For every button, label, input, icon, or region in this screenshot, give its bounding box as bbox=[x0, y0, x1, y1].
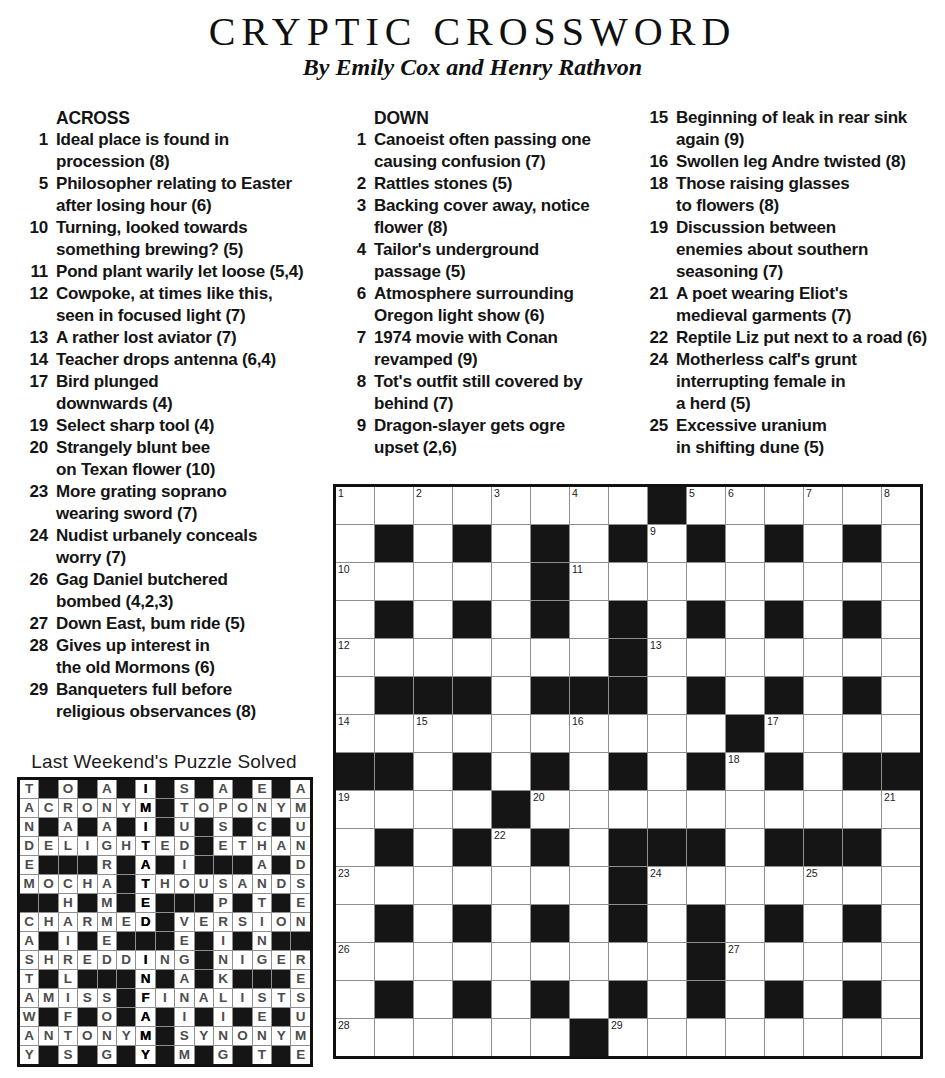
grid-cell bbox=[492, 981, 530, 1018]
grid-cell: N bbox=[39, 1027, 57, 1045]
grid-cell: I bbox=[233, 989, 251, 1007]
cell-letter: O bbox=[102, 1010, 113, 1024]
grid-cell: T bbox=[272, 989, 290, 1007]
grid-cell: S bbox=[214, 875, 232, 893]
black-cell bbox=[156, 970, 174, 988]
grid-cell: I bbox=[59, 989, 77, 1007]
grid-cell: R bbox=[291, 951, 309, 969]
clue-item: 12Cowpoke, at times like this, seen in f… bbox=[22, 283, 324, 327]
grid-cell: 13 bbox=[648, 639, 686, 676]
clue-text: Tailor's underground passage (5) bbox=[374, 239, 640, 283]
black-cell bbox=[687, 829, 725, 866]
across-column: ACROSS 1Ideal place is found in processi… bbox=[22, 107, 324, 723]
cell-letter: Y bbox=[199, 1029, 208, 1043]
cell-letter: E bbox=[160, 839, 169, 853]
clue-item: 16Swollen leg Andre twisted (8) bbox=[642, 151, 945, 173]
grid-cell: O bbox=[233, 1027, 251, 1045]
cell-number: 22 bbox=[494, 830, 506, 841]
grid-cell: Y bbox=[20, 1046, 38, 1064]
grid-cell bbox=[882, 943, 920, 980]
black-cell bbox=[375, 981, 413, 1018]
grid-cell: N bbox=[291, 837, 309, 855]
clue-number: 13 bbox=[22, 327, 48, 349]
grid-cell: A bbox=[175, 970, 193, 988]
cell-letter: D bbox=[121, 953, 131, 967]
black-cell bbox=[272, 856, 290, 874]
grid-cell: C bbox=[20, 913, 38, 931]
grid-cell: G bbox=[98, 837, 116, 855]
grid-cell bbox=[804, 791, 842, 828]
clue-item: 71974 movie with Conan revamped (9) bbox=[340, 327, 640, 371]
grid-cell: 19 bbox=[336, 791, 374, 828]
clue-item: 1Ideal place is found in procession (8) bbox=[22, 129, 324, 173]
grid-cell: A bbox=[136, 856, 154, 874]
clue-number: 6 bbox=[340, 283, 366, 327]
clue-number: 10 bbox=[22, 217, 48, 261]
grid-cell: A bbox=[291, 780, 309, 798]
black-cell bbox=[765, 601, 803, 638]
cell-letter: E bbox=[296, 896, 305, 910]
grid-cell: H bbox=[39, 951, 57, 969]
grid-cell: R bbox=[98, 856, 116, 874]
grid-cell bbox=[687, 791, 725, 828]
clue-item: 24Motherless calf's grunt interrupting f… bbox=[642, 349, 945, 415]
cell-letter: D bbox=[276, 877, 286, 891]
cell-letter: O bbox=[276, 915, 287, 929]
cell-letter: T bbox=[25, 972, 33, 986]
black-cell bbox=[156, 818, 174, 836]
grid-cell: T bbox=[59, 1027, 77, 1045]
black-cell bbox=[843, 981, 881, 1018]
cell-number: 11 bbox=[572, 564, 583, 575]
grid-cell bbox=[375, 867, 413, 904]
cell-letter: N bbox=[160, 953, 170, 967]
page-title: CRYPTIC CROSSWORD bbox=[0, 8, 945, 55]
grid-cell bbox=[414, 601, 452, 638]
cell-letter: D bbox=[24, 839, 34, 853]
clue-item: 27Down East, bum ride (5) bbox=[22, 613, 324, 635]
black-cell bbox=[882, 753, 920, 790]
black-cell bbox=[531, 829, 569, 866]
cell-letter: U bbox=[296, 820, 306, 834]
black-cell bbox=[233, 970, 251, 988]
cell-number: 26 bbox=[338, 944, 350, 955]
cell-letter: U bbox=[179, 820, 189, 834]
grid-cell: 1 bbox=[336, 487, 374, 524]
grid-cell bbox=[492, 715, 530, 752]
clue-text: A poet wearing Eliot's medieval garments… bbox=[676, 283, 945, 327]
black-cell bbox=[59, 856, 77, 874]
grid-cell bbox=[414, 829, 452, 866]
grid-cell bbox=[609, 943, 647, 980]
clue-item: 29Banqueters full before religious obser… bbox=[22, 679, 324, 723]
grid-cell bbox=[414, 981, 452, 1018]
grid-cell bbox=[687, 1019, 725, 1056]
grid-cell bbox=[414, 563, 452, 600]
cell-letter: A bbox=[141, 858, 151, 872]
grid-cell: F bbox=[59, 1008, 77, 1026]
grid-cell: D bbox=[175, 837, 193, 855]
grid-cell: E bbox=[39, 837, 57, 855]
black-cell bbox=[39, 780, 57, 798]
clue-item: 9Dragon-slayer gets ogre upset (2,6) bbox=[340, 415, 640, 459]
clue-number: 2 bbox=[340, 173, 366, 195]
grid-cell bbox=[414, 943, 452, 980]
cell-letter: E bbox=[44, 839, 53, 853]
grid-cell bbox=[375, 563, 413, 600]
grid-cell: E bbox=[117, 913, 135, 931]
grid-cell: 8 bbox=[882, 487, 920, 524]
black-cell bbox=[687, 905, 725, 942]
grid-cell: N bbox=[156, 951, 174, 969]
black-cell bbox=[78, 780, 96, 798]
cell-letter: M bbox=[295, 801, 306, 815]
cell-letter: A bbox=[218, 782, 228, 796]
black-cell bbox=[233, 856, 251, 874]
cell-letter: H bbox=[121, 839, 131, 853]
clue-text: Turning, looked towards something brewin… bbox=[56, 217, 324, 261]
cell-letter: N bbox=[141, 972, 151, 986]
cell-letter: I bbox=[144, 820, 148, 834]
black-cell bbox=[156, 799, 174, 817]
grid-cell bbox=[609, 487, 647, 524]
grid-cell bbox=[648, 1019, 686, 1056]
grid-cell bbox=[804, 677, 842, 714]
cell-letter: I bbox=[163, 991, 167, 1005]
grid-cell bbox=[765, 563, 803, 600]
cell-letter: T bbox=[25, 782, 33, 796]
black-cell bbox=[765, 829, 803, 866]
grid-cell bbox=[570, 639, 608, 676]
black-cell bbox=[609, 525, 647, 562]
cell-letter: E bbox=[199, 915, 208, 929]
cell-letter: C bbox=[24, 915, 34, 929]
grid-cell bbox=[531, 639, 569, 676]
grid-cell bbox=[804, 563, 842, 600]
grid-cell bbox=[882, 601, 920, 638]
black-cell bbox=[214, 856, 232, 874]
grid-cell: Y bbox=[272, 799, 290, 817]
grid-cell: 18 bbox=[726, 753, 764, 790]
cell-letter: I bbox=[221, 934, 225, 948]
cell-letter: I bbox=[221, 1010, 225, 1024]
cell-letter: O bbox=[82, 801, 93, 815]
grid-cell: N bbox=[253, 799, 271, 817]
black-cell bbox=[687, 601, 725, 638]
cell-letter: D bbox=[179, 839, 189, 853]
cell-letter: O bbox=[179, 877, 190, 891]
grid-cell: S bbox=[98, 989, 116, 1007]
cell-letter: T bbox=[180, 801, 188, 815]
cell-letter: R bbox=[296, 953, 306, 967]
black-cell bbox=[39, 932, 57, 950]
grid-cell bbox=[648, 677, 686, 714]
grid-cell: E bbox=[291, 894, 309, 912]
grid-cell bbox=[765, 943, 803, 980]
black-cell bbox=[175, 894, 193, 912]
grid-cell bbox=[336, 981, 374, 1018]
grid-cell: H bbox=[59, 894, 77, 912]
clue-text: Nudist urbanely conceals worry (7) bbox=[56, 525, 324, 569]
grid-cell: A bbox=[98, 818, 116, 836]
clue-text: Backing cover away, notice flower (8) bbox=[374, 195, 640, 239]
cell-letter: F bbox=[141, 991, 149, 1005]
grid-cell: E bbox=[253, 780, 271, 798]
clue-item: 17Bird plunged downwards (4) bbox=[22, 371, 324, 415]
grid-cell bbox=[882, 981, 920, 1018]
black-cell bbox=[195, 932, 213, 950]
grid-cell: S bbox=[78, 989, 96, 1007]
grid-cell bbox=[531, 715, 569, 752]
cell-letter: L bbox=[64, 972, 72, 986]
clue-number: 15 bbox=[642, 107, 668, 151]
grid-cell bbox=[453, 487, 491, 524]
cell-letter: I bbox=[144, 953, 148, 967]
grid-cell: N bbox=[20, 818, 38, 836]
grid-cell: A bbox=[59, 818, 77, 836]
clue-text: Ideal place is found in procession (8) bbox=[56, 129, 324, 173]
cell-letter: E bbox=[122, 915, 131, 929]
cell-letter: A bbox=[276, 839, 286, 853]
cell-letter: S bbox=[63, 1048, 72, 1062]
black-cell bbox=[39, 1008, 57, 1026]
grid-cell bbox=[726, 867, 764, 904]
black-cell bbox=[117, 1008, 135, 1026]
grid-cell: N bbox=[98, 1027, 116, 1045]
grid-cell: H bbox=[78, 875, 96, 893]
clue-item: 21A poet wearing Eliot's medieval garmen… bbox=[642, 283, 945, 327]
black-cell bbox=[156, 894, 174, 912]
grid-cell bbox=[609, 563, 647, 600]
grid-cell: T bbox=[20, 780, 38, 798]
grid-cell: I bbox=[233, 951, 251, 969]
grid-cell: O bbox=[272, 913, 290, 931]
black-cell bbox=[609, 753, 647, 790]
grid-cell bbox=[375, 1019, 413, 1056]
grid-cell bbox=[375, 639, 413, 676]
black-cell bbox=[195, 1008, 213, 1026]
grid-cell: D bbox=[117, 951, 135, 969]
cell-number: 27 bbox=[728, 944, 740, 955]
grid-cell: I bbox=[253, 913, 271, 931]
black-cell bbox=[272, 1008, 290, 1026]
black-cell bbox=[804, 829, 842, 866]
cell-letter: T bbox=[238, 839, 246, 853]
clue-item: 2Rattles stones (5) bbox=[340, 173, 640, 195]
clue-text: Excessive uranium in shifting dune (5) bbox=[676, 415, 945, 459]
black-cell bbox=[375, 905, 413, 942]
grid-cell bbox=[531, 943, 569, 980]
cell-letter: G bbox=[102, 839, 113, 853]
grid-cell: N bbox=[253, 1027, 271, 1045]
grid-cell: D bbox=[291, 856, 309, 874]
cell-letter: H bbox=[160, 877, 170, 891]
cell-number: 23 bbox=[338, 868, 350, 879]
grid-cell bbox=[843, 487, 881, 524]
cell-letter: C bbox=[63, 877, 73, 891]
grid-cell bbox=[492, 677, 530, 714]
cell-letter: N bbox=[102, 1029, 112, 1043]
grid-cell bbox=[648, 905, 686, 942]
grid-cell: A bbox=[59, 913, 77, 931]
clue-text: Cowpoke, at times like this, seen in foc… bbox=[56, 283, 324, 327]
cell-letter: U bbox=[296, 1010, 306, 1024]
cell-letter: E bbox=[102, 934, 111, 948]
black-cell bbox=[687, 753, 725, 790]
clue-item: 13A rather lost aviator (7) bbox=[22, 327, 324, 349]
grid-cell: O bbox=[39, 875, 57, 893]
black-cell bbox=[117, 818, 135, 836]
grid-cell bbox=[804, 715, 842, 752]
grid-cell bbox=[375, 943, 413, 980]
black-cell bbox=[765, 525, 803, 562]
cell-number: 14 bbox=[338, 716, 350, 727]
cell-letter: I bbox=[85, 839, 89, 853]
cell-letter: L bbox=[64, 839, 72, 853]
grid-cell: I bbox=[59, 932, 77, 950]
clue-item: 10Turning, looked towards something brew… bbox=[22, 217, 324, 261]
black-cell bbox=[453, 525, 491, 562]
clue-number: 19 bbox=[642, 217, 668, 283]
clue-text: Teacher drops antenna (6,4) bbox=[56, 349, 324, 371]
clue-item: 28Gives up interest in the old Mormons (… bbox=[22, 635, 324, 679]
cell-letter: S bbox=[25, 953, 34, 967]
black-cell bbox=[39, 894, 57, 912]
cell-letter: E bbox=[180, 934, 189, 948]
grid-cell: I bbox=[214, 1008, 232, 1026]
cell-letter: R bbox=[63, 801, 73, 815]
grid-cell bbox=[648, 943, 686, 980]
grid-cell: 27 bbox=[726, 943, 764, 980]
cell-number: 29 bbox=[611, 1020, 623, 1031]
grid-cell: A bbox=[136, 1008, 154, 1026]
cell-letter: N bbox=[102, 801, 112, 815]
cell-letter: O bbox=[82, 1029, 93, 1043]
cell-letter: M bbox=[140, 1029, 151, 1043]
grid-cell: 15 bbox=[414, 715, 452, 752]
cell-number: 21 bbox=[884, 792, 896, 803]
black-cell bbox=[272, 894, 290, 912]
grid-cell bbox=[492, 753, 530, 790]
grid-cell: S bbox=[291, 875, 309, 893]
cell-letter: R bbox=[218, 915, 228, 929]
grid-cell: L bbox=[59, 837, 77, 855]
cell-letter: A bbox=[199, 991, 209, 1005]
clue-number: 16 bbox=[642, 151, 668, 173]
clue-text: Reptile Liz put next to a road (6) bbox=[676, 327, 945, 349]
cell-letter: A bbox=[296, 782, 306, 796]
cell-letter: M bbox=[179, 1048, 190, 1062]
grid-cell: E bbox=[195, 913, 213, 931]
cell-letter: N bbox=[257, 801, 267, 815]
cell-letter: A bbox=[141, 1010, 151, 1024]
black-cell bbox=[843, 905, 881, 942]
clue-number: 17 bbox=[22, 371, 48, 415]
clue-item: 8Tot's outfit still covered by behind (7… bbox=[340, 371, 640, 415]
grid-cell: I bbox=[214, 932, 232, 950]
grid-cell: S bbox=[175, 1027, 193, 1045]
clue-text: Discussion between enemies about souther… bbox=[676, 217, 945, 283]
grid-cell: E bbox=[20, 856, 38, 874]
grid-cell bbox=[804, 525, 842, 562]
grid-cell: 24 bbox=[648, 867, 686, 904]
black-cell bbox=[156, 1027, 174, 1045]
grid-cell bbox=[882, 525, 920, 562]
grid-cell bbox=[687, 715, 725, 752]
black-cell bbox=[609, 867, 647, 904]
grid-cell: 16 bbox=[570, 715, 608, 752]
grid-cell bbox=[492, 525, 530, 562]
cell-number: 24 bbox=[650, 868, 662, 879]
cell-letter: S bbox=[102, 991, 111, 1005]
cell-letter: S bbox=[296, 877, 305, 891]
grid-cell: 2 bbox=[414, 487, 452, 524]
cell-number: 4 bbox=[572, 488, 578, 499]
clue-number: 11 bbox=[22, 261, 48, 283]
cell-number: 7 bbox=[806, 488, 812, 499]
cell-letter: M bbox=[43, 991, 54, 1005]
cell-letter: E bbox=[83, 953, 92, 967]
cell-letter: I bbox=[144, 782, 148, 796]
grid-cell: D bbox=[98, 951, 116, 969]
grid-cell bbox=[453, 715, 491, 752]
grid-cell: U bbox=[175, 818, 193, 836]
clue-number: 24 bbox=[642, 349, 668, 415]
black-cell bbox=[78, 1046, 96, 1064]
grid-cell: M bbox=[98, 913, 116, 931]
cell-letter: M bbox=[101, 915, 112, 929]
cell-letter: H bbox=[257, 839, 267, 853]
black-cell bbox=[233, 818, 251, 836]
grid-cell: H bbox=[117, 837, 135, 855]
black-cell bbox=[609, 639, 647, 676]
grid-cell: R bbox=[59, 951, 77, 969]
black-cell bbox=[843, 601, 881, 638]
black-cell bbox=[117, 780, 135, 798]
black-cell bbox=[687, 943, 725, 980]
grid-cell: M bbox=[39, 989, 57, 1007]
cell-letter: E bbox=[219, 839, 228, 853]
cell-letter: V bbox=[180, 915, 189, 929]
grid-cell: O bbox=[59, 780, 77, 798]
black-cell bbox=[609, 601, 647, 638]
clue-number: 14 bbox=[22, 349, 48, 371]
cell-letter: M bbox=[140, 801, 151, 815]
clue-item: 22Reptile Liz put next to a road (6) bbox=[642, 327, 945, 349]
grid-cell: I bbox=[136, 780, 154, 798]
black-cell bbox=[195, 856, 213, 874]
cell-letter: H bbox=[63, 896, 73, 910]
grid-cell bbox=[570, 601, 608, 638]
cell-letter: N bbox=[257, 877, 267, 891]
grid-cell: 14 bbox=[336, 715, 374, 752]
black-cell bbox=[39, 856, 57, 874]
black-cell bbox=[117, 1046, 135, 1064]
grid-cell: G bbox=[98, 1046, 116, 1064]
cell-letter: W bbox=[23, 1010, 36, 1024]
grid-cell bbox=[882, 677, 920, 714]
black-cell bbox=[156, 932, 174, 950]
cell-letter: I bbox=[182, 858, 186, 872]
cell-letter: O bbox=[43, 877, 54, 891]
grid-cell bbox=[570, 829, 608, 866]
cell-letter: I bbox=[66, 934, 70, 948]
black-cell bbox=[291, 932, 309, 950]
cell-number: 28 bbox=[338, 1020, 350, 1031]
grid-cell: 23 bbox=[336, 867, 374, 904]
puzzle-page: CRYPTIC CROSSWORD By Emily Cox and Henry… bbox=[0, 0, 945, 1078]
black-cell bbox=[136, 932, 154, 950]
